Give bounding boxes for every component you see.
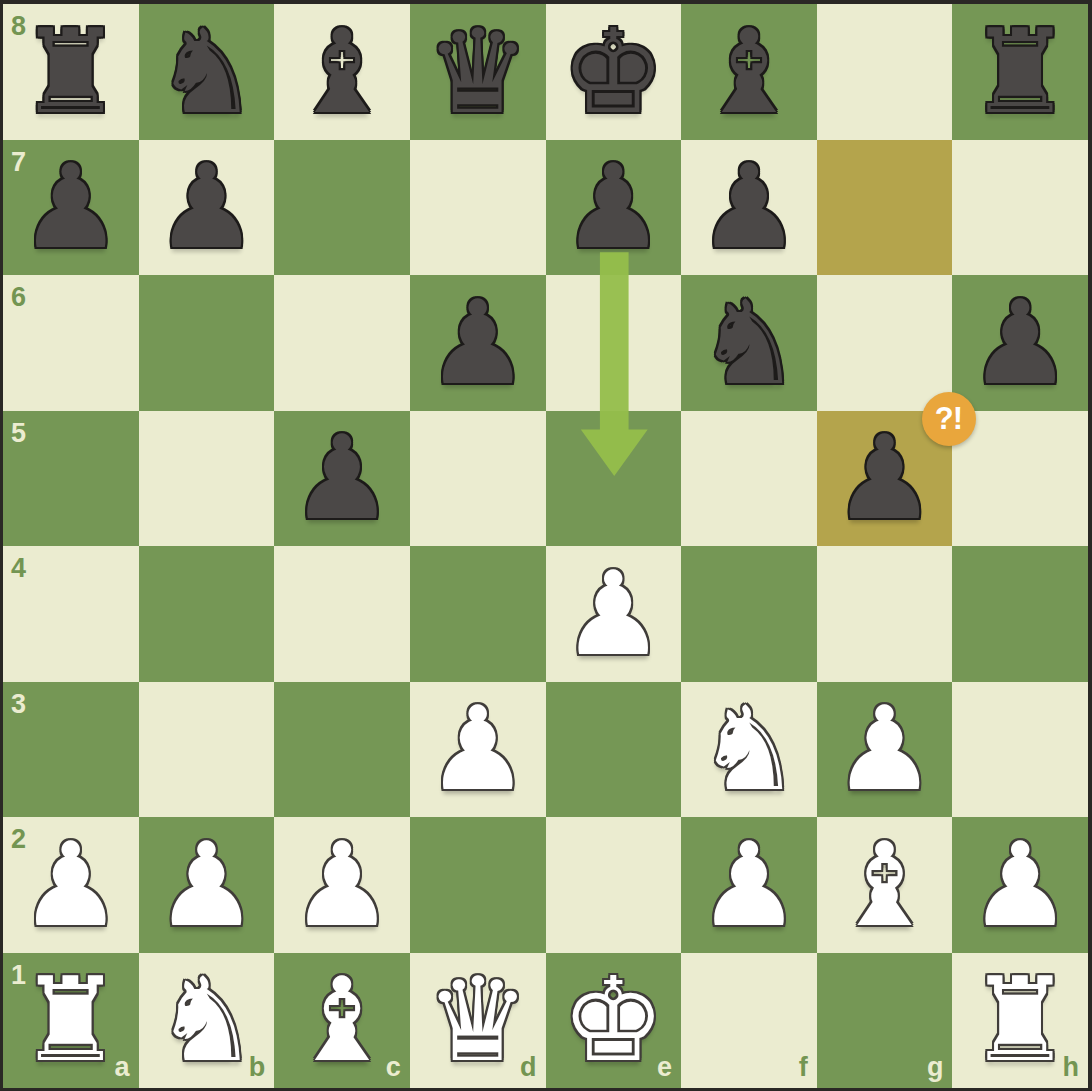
square-d1[interactable]: d♛: [410, 953, 546, 1089]
piece-white-pawn-c2[interactable]: ♟: [274, 817, 410, 953]
square-f5[interactable]: [681, 411, 817, 547]
square-b4[interactable]: [139, 546, 275, 682]
piece-black-pawn-d6[interactable]: ♟: [410, 275, 546, 411]
piece-white-rook-a1[interactable]: ♜: [3, 953, 139, 1089]
piece-black-pawn-c5[interactable]: ♟: [274, 411, 410, 547]
square-h4[interactable]: [952, 546, 1088, 682]
square-c8[interactable]: ♝: [274, 4, 410, 140]
rank-label-5: 5: [11, 418, 26, 449]
piece-black-rook-h8[interactable]: ♜: [952, 4, 1088, 140]
file-label-f: f: [799, 1052, 808, 1083]
square-b3[interactable]: [139, 682, 275, 818]
square-g4[interactable]: [817, 546, 953, 682]
square-a1[interactable]: 1a♜: [3, 953, 139, 1089]
square-e8[interactable]: ♚: [546, 4, 682, 140]
square-b6[interactable]: [139, 275, 275, 411]
square-b1[interactable]: b♞: [139, 953, 275, 1089]
square-c3[interactable]: [274, 682, 410, 818]
square-h7[interactable]: [952, 140, 1088, 276]
square-f6[interactable]: ♞: [681, 275, 817, 411]
square-f8[interactable]: ♝: [681, 4, 817, 140]
chess-board[interactable]: 8♜♞♝♛♚♝♜7♟♟♟♟6♟♞♟5♟♟4♟3♟♞♟2♟♟♟♟♝♟1a♜b♞c♝…: [3, 4, 1088, 1088]
square-a7[interactable]: 7♟: [3, 140, 139, 276]
piece-white-pawn-a2[interactable]: ♟: [3, 817, 139, 953]
square-h6[interactable]: ♟: [952, 275, 1088, 411]
piece-black-rook-a8[interactable]: ♜: [3, 4, 139, 140]
piece-white-pawn-b2[interactable]: ♟: [139, 817, 275, 953]
square-a3[interactable]: 3: [3, 682, 139, 818]
chess-board-wrap: 8♜♞♝♛♚♝♜7♟♟♟♟6♟♞♟5♟♟4♟3♟♞♟2♟♟♟♟♝♟1a♜b♞c♝…: [0, 0, 1092, 1091]
piece-black-knight-f6[interactable]: ♞: [681, 275, 817, 411]
square-a5[interactable]: 5: [3, 411, 139, 547]
inaccuracy-badge: ?!: [922, 392, 976, 446]
square-c2[interactable]: ♟: [274, 817, 410, 953]
square-a6[interactable]: 6: [3, 275, 139, 411]
square-a2[interactable]: 2♟: [3, 817, 139, 953]
square-d2[interactable]: [410, 817, 546, 953]
piece-white-bishop-g2[interactable]: ♝: [817, 817, 953, 953]
square-g6[interactable]: [817, 275, 953, 411]
square-h3[interactable]: [952, 682, 1088, 818]
square-g8[interactable]: [817, 4, 953, 140]
square-c7[interactable]: [274, 140, 410, 276]
piece-white-pawn-f2[interactable]: ♟: [681, 817, 817, 953]
piece-black-pawn-f7[interactable]: ♟: [681, 140, 817, 276]
square-d5[interactable]: [410, 411, 546, 547]
piece-white-pawn-g3[interactable]: ♟: [817, 682, 953, 818]
piece-white-knight-f3[interactable]: ♞: [681, 682, 817, 818]
square-a4[interactable]: 4: [3, 546, 139, 682]
piece-black-pawn-h6[interactable]: ♟: [952, 275, 1088, 411]
square-e5[interactable]: [546, 411, 682, 547]
square-g2[interactable]: ♝: [817, 817, 953, 953]
square-e1[interactable]: e♚: [546, 953, 682, 1089]
square-h1[interactable]: h♜: [952, 953, 1088, 1089]
square-c1[interactable]: c♝: [274, 953, 410, 1089]
piece-white-queen-d1[interactable]: ♛: [410, 953, 546, 1089]
piece-black-bishop-f8[interactable]: ♝: [681, 4, 817, 140]
square-f2[interactable]: ♟: [681, 817, 817, 953]
square-c5[interactable]: ♟: [274, 411, 410, 547]
piece-black-bishop-c8[interactable]: ♝: [274, 4, 410, 140]
square-d6[interactable]: ♟: [410, 275, 546, 411]
square-e6[interactable]: [546, 275, 682, 411]
piece-white-pawn-h2[interactable]: ♟: [952, 817, 1088, 953]
square-h2[interactable]: ♟: [952, 817, 1088, 953]
piece-white-pawn-d3[interactable]: ♟: [410, 682, 546, 818]
square-f7[interactable]: ♟: [681, 140, 817, 276]
piece-black-pawn-b7[interactable]: ♟: [139, 140, 275, 276]
piece-white-bishop-c1[interactable]: ♝: [274, 953, 410, 1089]
square-d3[interactable]: ♟: [410, 682, 546, 818]
square-f4[interactable]: [681, 546, 817, 682]
square-c4[interactable]: [274, 546, 410, 682]
piece-black-pawn-a7[interactable]: ♟: [3, 140, 139, 276]
square-a8[interactable]: 8♜: [3, 4, 139, 140]
piece-black-queen-d8[interactable]: ♛: [410, 4, 546, 140]
rank-label-3: 3: [11, 689, 26, 720]
square-f1[interactable]: f: [681, 953, 817, 1089]
square-b5[interactable]: [139, 411, 275, 547]
piece-white-king-e1[interactable]: ♚: [546, 953, 682, 1089]
rank-label-4: 4: [11, 553, 26, 584]
piece-black-king-e8[interactable]: ♚: [546, 4, 682, 140]
square-g3[interactable]: ♟: [817, 682, 953, 818]
piece-black-knight-b8[interactable]: ♞: [139, 4, 275, 140]
square-e7[interactable]: ♟: [546, 140, 682, 276]
square-g1[interactable]: g: [817, 953, 953, 1089]
piece-white-rook-h1[interactable]: ♜: [952, 953, 1088, 1089]
square-d8[interactable]: ♛: [410, 4, 546, 140]
square-e3[interactable]: [546, 682, 682, 818]
square-b7[interactable]: ♟: [139, 140, 275, 276]
square-d7[interactable]: [410, 140, 546, 276]
square-e4[interactable]: ♟: [546, 546, 682, 682]
square-g7[interactable]: [817, 140, 953, 276]
rank-label-6: 6: [11, 282, 26, 313]
square-d4[interactable]: [410, 546, 546, 682]
piece-white-knight-b1[interactable]: ♞: [139, 953, 275, 1089]
square-b2[interactable]: ♟: [139, 817, 275, 953]
square-b8[interactable]: ♞: [139, 4, 275, 140]
square-h8[interactable]: ♜: [952, 4, 1088, 140]
square-c6[interactable]: [274, 275, 410, 411]
piece-white-pawn-e4[interactable]: ♟: [546, 546, 682, 682]
piece-black-pawn-e7[interactable]: ♟: [546, 140, 682, 276]
square-f3[interactable]: ♞: [681, 682, 817, 818]
square-e2[interactable]: [546, 817, 682, 953]
file-label-g: g: [927, 1052, 944, 1083]
